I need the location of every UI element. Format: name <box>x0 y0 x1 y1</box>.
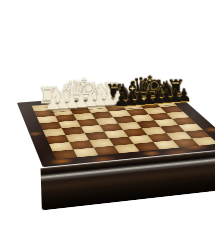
chess-casket: ♜♞♝♛♚♝♞♜♟♟♟♟♟♟♟♟♜♞♝♛♚♝♞♜♟♟♟♟♟♟♟♟ <box>17 91 215 167</box>
piece-white-pawn: ♟ <box>45 94 61 112</box>
piece-black-pawn: ♟ <box>114 91 130 109</box>
product-image: ♜♞♝♛♚♝♞♜♟♟♟♟♟♟♟♟♜♞♝♛♚♝♞♜♟♟♟♟♟♟♟♟ <box>0 0 215 248</box>
scene: ♜♞♝♛♚♝♞♜♟♟♟♟♟♟♟♟♜♞♝♛♚♝♞♜♟♟♟♟♟♟♟♟ <box>0 0 215 248</box>
